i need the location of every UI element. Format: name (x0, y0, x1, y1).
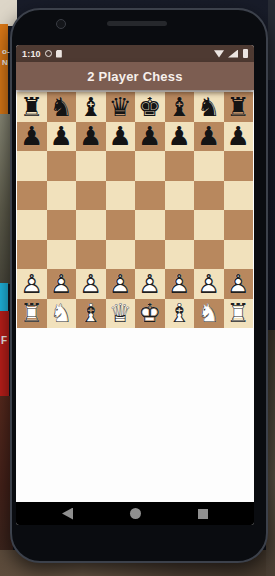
square-b2[interactable]: ♟♙ (47, 269, 77, 299)
square-e3[interactable] (135, 240, 165, 270)
cell-signal-icon (228, 50, 238, 58)
piece-glyph: ♝ (165, 92, 195, 122)
battery-icon (243, 49, 248, 58)
square-b1[interactable]: ♞♘ (47, 299, 77, 329)
square-a1[interactable]: ♜♖ (17, 299, 47, 329)
phone-screen: 1:10 2 Player Chess ♜♞♝♛♚♝♞♜♟♟♟♟♟♟♟♟♟♙♟♙… (16, 45, 254, 525)
square-f6[interactable] (165, 151, 195, 181)
notification-circle-icon (45, 50, 52, 57)
piece-black-pawn[interactable]: ♟ (224, 122, 254, 152)
piece-black-rook[interactable]: ♜ (224, 92, 254, 122)
piece-black-pawn[interactable]: ♟ (47, 122, 77, 152)
square-g8[interactable]: ♞ (194, 92, 224, 122)
piece-white-pawn[interactable]: ♟♙ (165, 269, 195, 299)
square-g6[interactable] (194, 151, 224, 181)
bg-orange-strip (0, 24, 8, 116)
sd-card-icon (56, 50, 62, 58)
content-area (16, 328, 254, 502)
square-g3[interactable] (194, 240, 224, 270)
app-title: 2 Player Chess (87, 69, 182, 84)
piece-white-pawn[interactable]: ♟♙ (17, 269, 47, 299)
piece-glyph: ♟ (194, 122, 224, 152)
square-c4[interactable] (76, 210, 106, 240)
square-h2[interactable]: ♟♙ (224, 269, 254, 299)
piece-black-pawn[interactable]: ♟ (165, 122, 195, 152)
square-c3[interactable] (76, 240, 106, 270)
piece-black-rook[interactable]: ♜ (17, 92, 47, 122)
square-a7[interactable]: ♟ (17, 122, 47, 152)
piece-black-pawn[interactable]: ♟ (17, 122, 47, 152)
square-e2[interactable]: ♟♙ (135, 269, 165, 299)
square-a8[interactable]: ♜ (17, 92, 47, 122)
piece-outline-glyph: ♙ (47, 269, 77, 299)
piece-outline-glyph: ♖ (17, 299, 47, 329)
piece-glyph: ♟ (47, 122, 77, 152)
square-b7[interactable]: ♟ (47, 122, 77, 152)
square-g1[interactable]: ♞♘ (194, 299, 224, 329)
square-e7[interactable]: ♟ (135, 122, 165, 152)
square-f1[interactable]: ♝♗ (165, 299, 195, 329)
piece-glyph: ♟ (17, 122, 47, 152)
square-e5[interactable] (135, 181, 165, 211)
square-g7[interactable]: ♟ (194, 122, 224, 152)
piece-glyph: ♞ (47, 92, 77, 122)
piece-white-bishop[interactable]: ♝♗ (165, 299, 195, 329)
square-c5[interactable] (76, 181, 106, 211)
piece-black-pawn[interactable]: ♟ (135, 122, 165, 152)
piece-black-king[interactable]: ♚ (135, 92, 165, 122)
bg-red-strip (0, 311, 9, 397)
piece-outline-glyph: ♔ (135, 299, 165, 329)
square-b8[interactable]: ♞ (47, 92, 77, 122)
piece-outline-glyph: ♙ (194, 269, 224, 299)
piece-white-queen[interactable]: ♛♕ (106, 299, 136, 329)
piece-glyph: ♟ (135, 122, 165, 152)
piece-white-pawn[interactable]: ♟♙ (106, 269, 136, 299)
square-f3[interactable] (165, 240, 195, 270)
square-c7[interactable]: ♟ (76, 122, 106, 152)
square-h1[interactable]: ♜♖ (224, 299, 254, 329)
piece-glyph: ♟ (165, 122, 195, 152)
square-c1[interactable]: ♝♗ (76, 299, 106, 329)
square-f4[interactable] (165, 210, 195, 240)
piece-glyph: ♜ (17, 92, 47, 122)
square-g5[interactable] (194, 181, 224, 211)
square-d8[interactable]: ♛ (106, 92, 136, 122)
piece-white-rook[interactable]: ♜♖ (17, 299, 47, 329)
bg-text-fragment: F (1, 337, 7, 345)
square-d6[interactable] (106, 151, 136, 181)
piece-black-bishop[interactable]: ♝ (165, 92, 195, 122)
square-e1[interactable]: ♚♔ (135, 299, 165, 329)
front-camera-icon (56, 19, 66, 29)
piece-glyph: ♜ (224, 92, 254, 122)
piece-white-pawn[interactable]: ♟♙ (194, 269, 224, 299)
square-h7[interactable]: ♟ (224, 122, 254, 152)
square-b3[interactable] (47, 240, 77, 270)
recents-button[interactable] (198, 509, 208, 519)
piece-outline-glyph: ♙ (76, 269, 106, 299)
bg-text-fragment: N (2, 59, 8, 67)
bg-right-band (268, 0, 275, 80)
wifi-icon (214, 50, 224, 58)
square-c6[interactable] (76, 151, 106, 181)
piece-black-bishop[interactable]: ♝ (76, 92, 106, 122)
square-h3[interactable] (224, 240, 254, 270)
piece-outline-glyph: ♙ (135, 269, 165, 299)
piece-outline-glyph: ♙ (224, 269, 254, 299)
home-button[interactable] (130, 508, 141, 519)
square-b6[interactable] (47, 151, 77, 181)
earpiece-speaker (107, 21, 167, 26)
piece-white-pawn[interactable]: ♟♙ (135, 269, 165, 299)
piece-white-pawn[interactable]: ♟♙ (224, 269, 254, 299)
square-h8[interactable]: ♜ (224, 92, 254, 122)
square-d5[interactable] (106, 181, 136, 211)
square-e4[interactable] (135, 210, 165, 240)
square-d2[interactable]: ♟♙ (106, 269, 136, 299)
back-button[interactable] (62, 508, 73, 520)
square-d4[interactable] (106, 210, 136, 240)
piece-black-pawn[interactable]: ♟ (76, 122, 106, 152)
bg-cyan-strip (0, 283, 8, 312)
piece-outline-glyph: ♖ (224, 299, 254, 329)
piece-glyph: ♝ (76, 92, 106, 122)
chess-board[interactable]: ♜♞♝♛♚♝♞♜♟♟♟♟♟♟♟♟♟♙♟♙♟♙♟♙♟♙♟♙♟♙♟♙♜♖♞♘♝♗♛♕… (17, 92, 253, 328)
square-a4[interactable] (17, 210, 47, 240)
clock: 1:10 (22, 49, 41, 59)
piece-outline-glyph: ♙ (106, 269, 136, 299)
square-e6[interactable] (135, 151, 165, 181)
square-g2[interactable]: ♟♙ (194, 269, 224, 299)
square-a5[interactable] (17, 181, 47, 211)
piece-black-pawn[interactable]: ♟ (194, 122, 224, 152)
piece-black-pawn[interactable]: ♟ (106, 122, 136, 152)
square-f7[interactable]: ♟ (165, 122, 195, 152)
square-a3[interactable] (17, 240, 47, 270)
square-f8[interactable]: ♝ (165, 92, 195, 122)
square-d1[interactable]: ♛♕ (106, 299, 136, 329)
piece-white-rook[interactable]: ♜♖ (224, 299, 254, 329)
piece-outline-glyph: ♘ (47, 299, 77, 329)
square-f2[interactable]: ♟♙ (165, 269, 195, 299)
square-h6[interactable] (224, 151, 254, 181)
piece-glyph: ♛ (106, 92, 136, 122)
android-nav-bar (16, 502, 254, 525)
square-a2[interactable]: ♟♙ (17, 269, 47, 299)
piece-glyph: ♞ (194, 92, 224, 122)
piece-black-queen[interactable]: ♛ (106, 92, 136, 122)
square-d7[interactable]: ♟ (106, 122, 136, 152)
phone-frame: 1:10 2 Player Chess ♜♞♝♛♚♝♞♜♟♟♟♟♟♟♟♟♟♙♟♙… (10, 8, 268, 563)
piece-glyph: ♟ (106, 122, 136, 152)
status-bar: 1:10 (16, 45, 254, 62)
piece-black-knight[interactable]: ♞ (194, 92, 224, 122)
square-c8[interactable]: ♝ (76, 92, 106, 122)
bg-text-fragment: o- (2, 48, 10, 56)
piece-white-pawn[interactable]: ♟♙ (76, 269, 106, 299)
piece-glyph: ♟ (224, 122, 254, 152)
square-e8[interactable]: ♚ (135, 92, 165, 122)
app-bar: 2 Player Chess (16, 62, 254, 90)
piece-white-pawn[interactable]: ♟♙ (47, 269, 77, 299)
square-b4[interactable] (47, 210, 77, 240)
square-d3[interactable] (106, 240, 136, 270)
square-b5[interactable] (47, 181, 77, 211)
bg-photo-strip (0, 114, 10, 284)
square-h5[interactable] (224, 181, 254, 211)
square-c2[interactable]: ♟♙ (76, 269, 106, 299)
piece-outline-glyph: ♗ (165, 299, 195, 329)
piece-outline-glyph: ♙ (165, 269, 195, 299)
piece-glyph: ♚ (135, 92, 165, 122)
piece-glyph: ♟ (76, 122, 106, 152)
piece-white-bishop[interactable]: ♝♗ (76, 299, 106, 329)
piece-outline-glyph: ♙ (17, 269, 47, 299)
piece-white-knight[interactable]: ♞♘ (194, 299, 224, 329)
desktop-background: o- N F 1:10 2 Player Chess ♜♞♝♛♚♝♞♜♟♟♟♟♟… (0, 0, 275, 576)
square-h4[interactable] (224, 210, 254, 240)
piece-white-king[interactable]: ♚♔ (135, 299, 165, 329)
piece-white-knight[interactable]: ♞♘ (47, 299, 77, 329)
piece-outline-glyph: ♘ (194, 299, 224, 329)
piece-outline-glyph: ♗ (76, 299, 106, 329)
square-f5[interactable] (165, 181, 195, 211)
square-g4[interactable] (194, 210, 224, 240)
square-a6[interactable] (17, 151, 47, 181)
piece-black-knight[interactable]: ♞ (47, 92, 77, 122)
piece-outline-glyph: ♕ (106, 299, 136, 329)
